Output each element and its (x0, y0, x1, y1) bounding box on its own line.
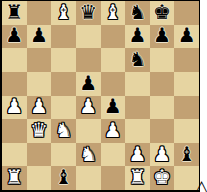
square-c7[interactable] (51, 25, 76, 49)
square-e5[interactable] (101, 72, 126, 96)
square-d8[interactable]: ♛ (76, 1, 101, 25)
square-h5[interactable] (174, 72, 199, 96)
square-g4[interactable] (150, 96, 175, 120)
square-f8[interactable]: ♞ (125, 1, 150, 25)
square-a8[interactable]: ♜ (2, 1, 27, 25)
square-c3[interactable]: ♞ (51, 119, 76, 143)
square-e3[interactable]: ♟ (101, 119, 126, 143)
square-f4[interactable] (125, 96, 150, 120)
square-a6[interactable] (2, 48, 27, 72)
square-c6[interactable] (51, 48, 76, 72)
square-e2[interactable] (101, 143, 126, 167)
black-knight[interactable]: ♞ (128, 49, 146, 69)
square-b6[interactable] (27, 48, 52, 72)
white-pawn[interactable]: ♟ (153, 144, 171, 164)
black-pawn[interactable]: ♟ (104, 96, 122, 116)
square-f2[interactable]: ♟ (125, 143, 150, 167)
black-pawn[interactable]: ♟ (153, 25, 171, 45)
black-knight[interactable]: ♞ (128, 2, 146, 22)
square-h4[interactable] (174, 96, 199, 120)
white-bishop[interactable]: ♝ (55, 2, 73, 22)
white-pawn[interactable]: ♟ (5, 96, 23, 116)
square-d5[interactable]: ♟ (76, 72, 101, 96)
black-rook[interactable]: ♜ (5, 2, 23, 22)
square-b3[interactable]: ♛ (27, 119, 52, 143)
square-d3[interactable] (76, 119, 101, 143)
black-pawn[interactable]: ♟ (128, 25, 146, 45)
black-queen[interactable]: ♛ (79, 2, 97, 22)
square-b4[interactable]: ♟ (27, 96, 52, 120)
white-to-move-indicator-icon: △ (195, 178, 207, 192)
square-h8[interactable] (174, 1, 199, 25)
square-d7[interactable] (76, 25, 101, 49)
white-pawn[interactable]: ♟ (104, 120, 122, 140)
square-a2[interactable] (2, 143, 27, 167)
square-h2[interactable]: ♝ (174, 143, 199, 167)
side-panel: △ (200, 0, 207, 192)
square-f3[interactable] (125, 119, 150, 143)
square-a7[interactable]: ♟ (2, 25, 27, 49)
square-b1[interactable] (27, 166, 52, 190)
square-g7[interactable]: ♟ (150, 25, 175, 49)
square-g6[interactable] (150, 48, 175, 72)
square-g5[interactable] (150, 72, 175, 96)
black-king[interactable]: ♚ (153, 2, 171, 22)
black-bishop[interactable]: ♝ (55, 167, 73, 187)
white-bishop[interactable]: ♝ (104, 2, 122, 22)
square-g2[interactable]: ♟ (150, 143, 175, 167)
square-g3[interactable] (150, 119, 175, 143)
white-knight[interactable]: ♞ (79, 144, 97, 164)
square-f5[interactable] (125, 72, 150, 96)
white-king[interactable]: ♚ (153, 167, 171, 187)
white-rook[interactable]: ♜ (5, 167, 23, 187)
black-pawn[interactable]: ♟ (30, 25, 48, 45)
square-b2[interactable] (27, 143, 52, 167)
square-h3[interactable] (174, 119, 199, 143)
black-pawn[interactable]: ♟ (5, 25, 23, 45)
square-h7[interactable]: ♟ (174, 25, 199, 49)
chess-app-window: ♜♝♛♝♞♚♟♟♟♟♟♞♟♟♟♟♟♛♞♟♞♟♟♝♜♝♜♚ △ (0, 0, 207, 192)
white-knight[interactable]: ♞ (55, 120, 73, 140)
square-d4[interactable]: ♟ (76, 96, 101, 120)
square-a1[interactable]: ♜ (2, 166, 27, 190)
square-e1[interactable] (101, 166, 126, 190)
square-c2[interactable] (51, 143, 76, 167)
square-g1[interactable]: ♚ (150, 166, 175, 190)
square-d2[interactable]: ♞ (76, 143, 101, 167)
square-b7[interactable]: ♟ (27, 25, 52, 49)
white-pawn[interactable]: ♟ (79, 96, 97, 116)
square-d6[interactable] (76, 48, 101, 72)
square-g8[interactable]: ♚ (150, 1, 175, 25)
square-a4[interactable]: ♟ (2, 96, 27, 120)
square-d1[interactable] (76, 166, 101, 190)
white-pawn[interactable]: ♟ (30, 96, 48, 116)
black-pawn[interactable]: ♟ (79, 73, 97, 93)
square-e6[interactable] (101, 48, 126, 72)
square-c4[interactable] (51, 96, 76, 120)
square-f6[interactable]: ♞ (125, 48, 150, 72)
white-queen[interactable]: ♛ (30, 120, 48, 140)
square-c1[interactable]: ♝ (51, 166, 76, 190)
square-h6[interactable] (174, 48, 199, 72)
black-bishop[interactable]: ♝ (178, 144, 196, 164)
square-f1[interactable]: ♜ (125, 166, 150, 190)
chess-board: ♜♝♛♝♞♚♟♟♟♟♟♞♟♟♟♟♟♛♞♟♞♟♟♝♜♝♜♚ (0, 0, 200, 192)
white-pawn[interactable]: ♟ (128, 144, 146, 164)
square-f7[interactable]: ♟ (125, 25, 150, 49)
square-a5[interactable] (2, 72, 27, 96)
white-rook[interactable]: ♜ (128, 167, 146, 187)
square-c5[interactable] (51, 72, 76, 96)
square-e4[interactable]: ♟ (101, 96, 126, 120)
square-a3[interactable] (2, 119, 27, 143)
black-pawn[interactable]: ♟ (178, 25, 196, 45)
square-e7[interactable] (101, 25, 126, 49)
square-c8[interactable]: ♝ (51, 1, 76, 25)
square-b8[interactable] (27, 1, 52, 25)
square-e8[interactable]: ♝ (101, 1, 126, 25)
square-b5[interactable] (27, 72, 52, 96)
